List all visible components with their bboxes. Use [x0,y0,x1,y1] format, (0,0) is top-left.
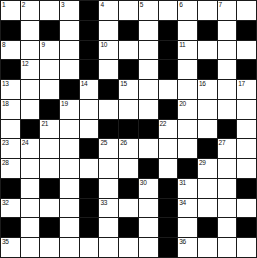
crossword-puzzle: 1234567891011121314151617181920212223242… [0,0,257,258]
white-cell-r11c6[interactable]: 33 [99,199,118,218]
white-cell-r1c6[interactable]: 4 [99,1,118,20]
black-cell-r7c8 [139,120,158,139]
black-cell-r2c1 [1,21,20,40]
white-cell-r5c10[interactable] [178,80,197,99]
white-cell-r4c2[interactable]: 12 [21,60,40,79]
black-cell-r4c13 [237,60,256,79]
white-cell-r10c2[interactable] [21,179,40,198]
white-cell-r11c11[interactable] [198,199,217,218]
white-cell-r1c10[interactable]: 6 [178,1,197,20]
clue-number-16: 16 [199,80,206,88]
white-cell-r2c8[interactable] [139,21,158,40]
white-cell-r9c3[interactable] [40,159,59,178]
clue-number-18: 18 [2,100,9,108]
clue-number-33: 33 [100,199,107,207]
white-cell-r4c8[interactable] [139,60,158,79]
clue-number-23: 23 [2,139,9,147]
white-cell-r7c3[interactable]: 21 [40,120,59,139]
white-cell-r1c11[interactable] [198,1,217,20]
white-cell-r7c1[interactable] [1,120,20,139]
black-cell-r12c3 [40,218,59,237]
clue-number-1: 1 [2,1,5,9]
clue-number-28: 28 [2,159,9,167]
white-cell-r9c4[interactable] [60,159,79,178]
black-cell-r10c1 [1,179,20,198]
white-cell-r3c7[interactable] [119,41,138,60]
white-cell-r5c11[interactable]: 16 [198,80,217,99]
black-cell-r8c11 [198,139,217,158]
clue-number-30: 30 [140,179,147,187]
clue-number-12: 12 [22,60,29,68]
white-cell-r8c3[interactable] [40,139,59,158]
black-cell-r5c6 [99,80,118,99]
clue-number-29: 29 [199,159,206,167]
white-cell-r4c4[interactable] [60,60,79,79]
black-cell-r13c9 [159,238,178,257]
white-cell-r5c3[interactable] [40,80,59,99]
white-cell-r13c11[interactable] [198,238,217,257]
white-cell-r9c2[interactable] [21,159,40,178]
white-cell-r10c8[interactable]: 30 [139,179,158,198]
clue-number-7: 7 [219,1,222,9]
white-cell-r2c2[interactable] [21,21,40,40]
white-cell-r5c9[interactable] [159,80,178,99]
white-cell-r11c1[interactable]: 32 [1,199,20,218]
black-cell-r4c11 [198,60,217,79]
white-cell-r3c2[interactable] [21,41,40,60]
black-cell-r3c9 [159,41,178,60]
black-cell-r10c5 [80,179,99,198]
clue-number-21: 21 [41,120,48,128]
white-cell-r9c12[interactable] [218,159,237,178]
white-cell-r13c5[interactable] [80,238,99,257]
black-cell-r2c7 [119,21,138,40]
white-cell-r6c6[interactable] [99,100,118,119]
white-cell-r11c10[interactable]: 34 [178,199,197,218]
white-cell-r6c2[interactable] [21,100,40,119]
white-cell-r1c8[interactable]: 5 [139,1,158,20]
white-cell-r1c7[interactable] [119,1,138,20]
white-cell-r13c3[interactable] [40,238,59,257]
black-cell-r2c9 [159,21,178,40]
white-cell-r3c3[interactable]: 9 [40,41,59,60]
clue-number-11: 11 [179,41,185,49]
white-cell-r7c13[interactable] [237,120,256,139]
white-cell-r6c7[interactable] [119,100,138,119]
white-cell-r8c7[interactable]: 26 [119,139,138,158]
white-cell-r7c4[interactable] [60,120,79,139]
black-cell-r12c13 [237,218,256,237]
white-cell-r11c7[interactable] [119,199,138,218]
black-cell-r11c9 [159,199,178,218]
white-cell-r13c7[interactable] [119,238,138,257]
white-cell-r4c12[interactable] [218,60,237,79]
clue-number-25: 25 [100,139,107,147]
clue-number-9: 9 [41,41,44,49]
white-cell-r5c13[interactable]: 17 [237,80,256,99]
clue-number-26: 26 [120,139,127,147]
white-cell-r6c13[interactable] [237,100,256,119]
white-cell-r3c4[interactable] [60,41,79,60]
white-cell-r10c12[interactable] [218,179,237,198]
clue-number-13: 13 [2,80,9,88]
white-cell-r1c2[interactable]: 2 [21,1,40,20]
white-cell-r13c6[interactable] [99,238,118,257]
black-cell-r4c9 [159,60,178,79]
clue-number-34: 34 [179,199,186,207]
black-cell-r4c7 [119,60,138,79]
clue-number-17: 17 [238,80,245,88]
white-cell-r12c10[interactable] [178,218,197,237]
white-cell-r13c1[interactable]: 35 [1,238,20,257]
white-cell-r8c10[interactable] [178,139,197,158]
white-cell-r1c4[interactable]: 3 [60,1,79,20]
clue-number-15: 15 [120,80,127,88]
white-cell-r12c12[interactable] [218,218,237,237]
white-cell-r12c6[interactable] [99,218,118,237]
white-cell-r4c6[interactable] [99,60,118,79]
black-cell-r12c9 [159,218,178,237]
white-cell-r12c8[interactable] [139,218,158,237]
black-cell-r4c5 [80,60,99,79]
white-cell-r8c12[interactable]: 27 [218,139,237,158]
white-cell-r1c3[interactable] [40,1,59,20]
clue-number-2: 2 [22,1,25,9]
crossword-grid: 1234567891011121314151617181920212223242… [0,0,257,258]
white-cell-r4c3[interactable] [40,60,59,79]
black-cell-r10c13 [237,179,256,198]
black-cell-r2c5 [80,21,99,40]
white-cell-r9c1[interactable]: 28 [1,159,20,178]
white-cell-r8c13[interactable] [237,139,256,158]
clue-number-4: 4 [100,1,103,9]
black-cell-r12c7 [119,218,138,237]
white-cell-r6c8[interactable] [139,100,158,119]
clue-number-20: 20 [179,100,186,108]
black-cell-r5c4 [60,80,79,99]
white-cell-r6c1[interactable]: 18 [1,100,20,119]
black-cell-r4c1 [1,60,20,79]
clue-number-5: 5 [140,1,143,9]
white-cell-r8c9[interactable] [159,139,178,158]
white-cell-r7c5[interactable] [80,120,99,139]
black-cell-r7c7 [119,120,138,139]
white-cell-r11c4[interactable] [60,199,79,218]
clue-number-3: 3 [61,1,64,9]
white-cell-r10c4[interactable] [60,179,79,198]
white-cell-r6c11[interactable] [198,100,217,119]
white-cell-r2c10[interactable] [178,21,197,40]
white-cell-r5c12[interactable] [218,80,237,99]
clue-number-31: 31 [179,179,186,187]
white-cell-r13c12[interactable] [218,238,237,257]
white-cell-r11c13[interactable] [237,199,256,218]
black-cell-r2c13 [237,21,256,40]
clue-number-24: 24 [22,139,29,147]
clue-number-22: 22 [160,120,167,128]
white-cell-r6c12[interactable] [218,100,237,119]
white-cell-r6c10[interactable]: 20 [178,100,197,119]
white-cell-r8c4[interactable] [60,139,79,158]
white-cell-r5c5[interactable]: 14 [80,80,99,99]
black-cell-r11c5 [80,199,99,218]
white-cell-r3c10[interactable]: 11 [178,41,197,60]
white-cell-r13c2[interactable] [21,238,40,257]
black-cell-r2c11 [198,21,217,40]
white-cell-r10c6[interactable] [99,179,118,198]
white-cell-r8c6[interactable]: 25 [99,139,118,158]
white-cell-r13c8[interactable] [139,238,158,257]
clue-number-36: 36 [179,238,186,246]
white-cell-r13c10[interactable]: 36 [178,238,197,257]
white-cell-r8c8[interactable] [139,139,158,158]
white-cell-r9c9[interactable] [159,159,178,178]
white-cell-r1c9[interactable] [159,1,178,20]
black-cell-r12c1 [1,218,20,237]
white-cell-r11c12[interactable] [218,199,237,218]
clue-number-14: 14 [81,80,88,88]
white-cell-r5c1[interactable]: 13 [1,80,20,99]
black-cell-r10c7 [119,179,138,198]
white-cell-r9c6[interactable] [99,159,118,178]
white-cell-r1c1[interactable]: 1 [1,1,20,20]
white-cell-r13c13[interactable] [237,238,256,257]
black-cell-r3c5 [80,41,99,60]
clue-number-19: 19 [61,100,68,108]
white-cell-r3c6[interactable]: 10 [99,41,118,60]
black-cell-r7c6 [99,120,118,139]
black-cell-r10c3 [40,179,59,198]
black-cell-r7c12 [218,120,237,139]
white-cell-r11c8[interactable] [139,199,158,218]
white-cell-r13c4[interactable] [60,238,79,257]
white-cell-r2c6[interactable] [99,21,118,40]
white-cell-r9c13[interactable] [237,159,256,178]
white-cell-r4c10[interactable] [178,60,197,79]
white-cell-r7c10[interactable] [178,120,197,139]
black-cell-r9c10 [178,159,197,178]
white-cell-r6c4[interactable]: 19 [60,100,79,119]
white-cell-r5c8[interactable] [139,80,158,99]
white-cell-r3c1[interactable]: 8 [1,41,20,60]
clue-number-6: 6 [179,1,182,9]
white-cell-r2c4[interactable] [60,21,79,40]
white-cell-r7c11[interactable] [198,120,217,139]
black-cell-r9c8 [139,159,158,178]
white-cell-r6c5[interactable] [80,100,99,119]
clue-number-32: 32 [2,199,9,207]
white-cell-r10c10[interactable]: 31 [178,179,197,198]
black-cell-r7c2 [21,120,40,139]
white-cell-r3c8[interactable] [139,41,158,60]
white-cell-r10c11[interactable] [198,179,217,198]
white-cell-r8c1[interactable]: 23 [1,139,20,158]
white-cell-r1c12[interactable]: 7 [218,1,237,20]
black-cell-r12c11 [198,218,217,237]
white-cell-r12c2[interactable] [21,218,40,237]
white-cell-r8c2[interactable]: 24 [21,139,40,158]
white-cell-r1c13[interactable] [237,1,256,20]
black-cell-r6c3 [40,100,59,119]
black-cell-r12c5 [80,218,99,237]
black-cell-r10c9 [159,179,178,198]
white-cell-r11c3[interactable] [40,199,59,218]
white-cell-r2c12[interactable] [218,21,237,40]
black-cell-r2c3 [40,21,59,40]
black-cell-r8c5 [80,139,99,158]
white-cell-r3c11[interactable] [198,41,217,60]
white-cell-r9c5[interactable] [80,159,99,178]
white-cell-r7c9[interactable]: 22 [159,120,178,139]
white-cell-r9c7[interactable] [119,159,138,178]
white-cell-r9c11[interactable]: 29 [198,159,217,178]
clue-number-35: 35 [2,238,9,246]
white-cell-r3c12[interactable] [218,41,237,60]
white-cell-r11c2[interactable] [21,199,40,218]
white-cell-r5c2[interactable] [21,80,40,99]
black-cell-r6c9 [159,100,178,119]
white-cell-r3c13[interactable] [237,41,256,60]
white-cell-r12c4[interactable] [60,218,79,237]
clue-number-27: 27 [219,139,226,147]
clue-number-10: 10 [100,41,107,49]
white-cell-r5c7[interactable]: 15 [119,80,138,99]
black-cell-r1c5 [80,1,99,20]
clue-number-8: 8 [2,41,5,49]
